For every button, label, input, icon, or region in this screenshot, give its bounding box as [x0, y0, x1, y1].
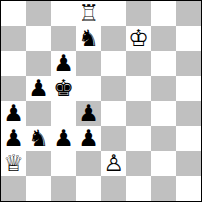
piece-white-pawn: ♙: [103, 151, 124, 176]
square-g1[interactable]: [151, 176, 176, 201]
square-c3[interactable]: ♟: [51, 126, 76, 151]
piece-white-rook: ♖: [78, 1, 99, 26]
square-h5[interactable]: [176, 76, 201, 101]
square-c8[interactable]: [51, 1, 76, 26]
square-g5[interactable]: [151, 76, 176, 101]
square-d8[interactable]: ♖: [76, 1, 101, 26]
square-b6[interactable]: [26, 51, 51, 76]
square-h2[interactable]: [176, 151, 201, 176]
piece-black-pawn: ♟: [3, 126, 24, 151]
piece-black-knight: ♞: [28, 126, 49, 151]
square-d1[interactable]: [76, 176, 101, 201]
square-c7[interactable]: [51, 26, 76, 51]
square-a5[interactable]: [1, 76, 26, 101]
square-h1[interactable]: [176, 176, 201, 201]
piece-black-pawn: ♟: [53, 126, 74, 151]
square-d2[interactable]: [76, 151, 101, 176]
square-a3[interactable]: ♟: [1, 126, 26, 151]
square-g6[interactable]: [151, 51, 176, 76]
square-d7[interactable]: ♞: [76, 26, 101, 51]
square-b8[interactable]: [26, 1, 51, 26]
square-d4[interactable]: ♟: [76, 101, 101, 126]
square-a7[interactable]: [1, 26, 26, 51]
square-c1[interactable]: [51, 176, 76, 201]
square-h3[interactable]: [176, 126, 201, 151]
piece-black-pawn: ♟: [53, 51, 74, 76]
piece-black-pawn: ♟: [78, 101, 99, 126]
piece-white-king: ♔: [128, 26, 149, 51]
square-g7[interactable]: [151, 26, 176, 51]
square-b1[interactable]: [26, 176, 51, 201]
square-a1[interactable]: [1, 176, 26, 201]
square-f6[interactable]: [126, 51, 151, 76]
square-e3[interactable]: [101, 126, 126, 151]
square-b5[interactable]: ♟: [26, 76, 51, 101]
square-g3[interactable]: [151, 126, 176, 151]
square-b7[interactable]: [26, 26, 51, 51]
square-d3[interactable]: ♟: [76, 126, 101, 151]
square-e7[interactable]: [101, 26, 126, 51]
piece-black-pawn: ♟: [28, 76, 49, 101]
square-f1[interactable]: [126, 176, 151, 201]
square-h8[interactable]: [176, 1, 201, 26]
square-b3[interactable]: ♞: [26, 126, 51, 151]
square-h4[interactable]: [176, 101, 201, 126]
square-a2[interactable]: ♕: [1, 151, 26, 176]
square-a8[interactable]: [1, 1, 26, 26]
square-g8[interactable]: [151, 1, 176, 26]
square-b4[interactable]: [26, 101, 51, 126]
square-e4[interactable]: [101, 101, 126, 126]
square-e1[interactable]: [101, 176, 126, 201]
square-c2[interactable]: [51, 151, 76, 176]
square-a6[interactable]: [1, 51, 26, 76]
piece-black-pawn: ♟: [78, 126, 99, 151]
square-c5[interactable]: ♚: [51, 76, 76, 101]
square-e2[interactable]: ♙: [101, 151, 126, 176]
square-c4[interactable]: [51, 101, 76, 126]
square-b2[interactable]: [26, 151, 51, 176]
piece-black-king: ♚: [53, 76, 74, 101]
piece-black-knight: ♞: [78, 26, 99, 51]
square-g4[interactable]: [151, 101, 176, 126]
square-d5[interactable]: [76, 76, 101, 101]
square-f7[interactable]: ♔: [126, 26, 151, 51]
square-e6[interactable]: [101, 51, 126, 76]
square-c6[interactable]: ♟: [51, 51, 76, 76]
square-e8[interactable]: [101, 1, 126, 26]
square-f5[interactable]: [126, 76, 151, 101]
square-g2[interactable]: [151, 151, 176, 176]
square-f3[interactable]: [126, 126, 151, 151]
square-f4[interactable]: [126, 101, 151, 126]
square-h7[interactable]: [176, 26, 201, 51]
square-d6[interactable]: [76, 51, 101, 76]
square-a4[interactable]: ♟: [1, 101, 26, 126]
chess-diagram: ♖♞♔♟♟♚♟♟♟♞♟♟♕♙: [0, 0, 202, 202]
square-f2[interactable]: [126, 151, 151, 176]
piece-white-queen: ♕: [3, 151, 24, 176]
square-f8[interactable]: [126, 1, 151, 26]
square-h6[interactable]: [176, 51, 201, 76]
piece-black-pawn: ♟: [3, 101, 24, 126]
chessboard: ♖♞♔♟♟♚♟♟♟♞♟♟♕♙: [0, 0, 202, 202]
square-e5[interactable]: [101, 76, 126, 101]
